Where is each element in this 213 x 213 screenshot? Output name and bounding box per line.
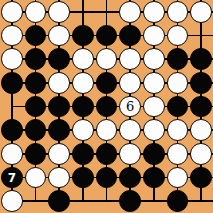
- stone-white: [190, 119, 212, 141]
- stone-black: [48, 190, 70, 212]
- stone-black: [72, 25, 94, 47]
- stone-black: [143, 143, 165, 165]
- stone-white: [1, 25, 23, 47]
- stone-black: [72, 143, 94, 165]
- stone-black: [96, 72, 118, 94]
- stone-white: [72, 119, 94, 141]
- stone-white: [1, 190, 23, 212]
- move-number-label: 6: [126, 100, 134, 113]
- stone-white: [1, 1, 23, 23]
- stone-black: [167, 48, 189, 70]
- stone-black: [190, 72, 212, 94]
- stone-black: [48, 96, 70, 118]
- move-number-label: 7: [8, 172, 16, 184]
- stone-white: [1, 48, 23, 70]
- stone-white: [119, 48, 141, 70]
- stone-black: [48, 119, 70, 141]
- stone-white: [167, 119, 189, 141]
- stone-white: [167, 25, 189, 47]
- stone-black: [25, 96, 47, 118]
- stone-white: [119, 72, 141, 94]
- stone-black: [1, 72, 23, 94]
- stone-white: [48, 167, 70, 189]
- stone-white: [143, 25, 165, 47]
- stone-white: [167, 143, 189, 165]
- stone-black: [25, 25, 47, 47]
- stone-white: [72, 72, 94, 94]
- stone-white: [167, 72, 189, 94]
- stone-white: [190, 143, 212, 165]
- stone-white: [25, 167, 47, 189]
- stone-black: [72, 96, 94, 118]
- stone-black: 7: [1, 167, 23, 189]
- stone-white: [143, 96, 165, 118]
- stone-black: [119, 25, 141, 47]
- stone-white: [190, 1, 212, 23]
- stone-white: [143, 48, 165, 70]
- stone-black: [25, 143, 47, 165]
- stone-white: [48, 1, 70, 23]
- stone-black: [96, 143, 118, 165]
- stone-white: [96, 48, 118, 70]
- stone-black: [190, 48, 212, 70]
- stone-white: [25, 1, 47, 23]
- stone-black: [25, 119, 47, 141]
- stone-black: [167, 96, 189, 118]
- stone-white: [119, 143, 141, 165]
- stone-white: [48, 72, 70, 94]
- stone-black: [25, 48, 47, 70]
- stone-black: [167, 190, 189, 212]
- stone-white: [143, 1, 165, 23]
- stone-white: [143, 72, 165, 94]
- stone-white: [96, 119, 118, 141]
- stone-black: [96, 167, 118, 189]
- stone-black: [119, 167, 141, 189]
- stone-black: [119, 190, 141, 212]
- stone-white: [72, 48, 94, 70]
- stone-black: [48, 48, 70, 70]
- stone-white: [119, 119, 141, 141]
- stone-black: [25, 72, 47, 94]
- stone-black: [143, 167, 165, 189]
- stone-white: [48, 25, 70, 47]
- stone-white: [48, 143, 70, 165]
- stone-black: [190, 96, 212, 118]
- go-board[interactable]: 67: [0, 0, 213, 213]
- stone-black: [96, 25, 118, 47]
- stone-white: [119, 1, 141, 23]
- stone-white: [143, 119, 165, 141]
- stone-white: 6: [119, 96, 141, 118]
- stone-black: [190, 167, 212, 189]
- stone-black: [72, 167, 94, 189]
- stone-white: [167, 1, 189, 23]
- stone-black: [96, 96, 118, 118]
- stone-black: [1, 119, 23, 141]
- stone-white: [1, 143, 23, 165]
- stone-white: [167, 167, 189, 189]
